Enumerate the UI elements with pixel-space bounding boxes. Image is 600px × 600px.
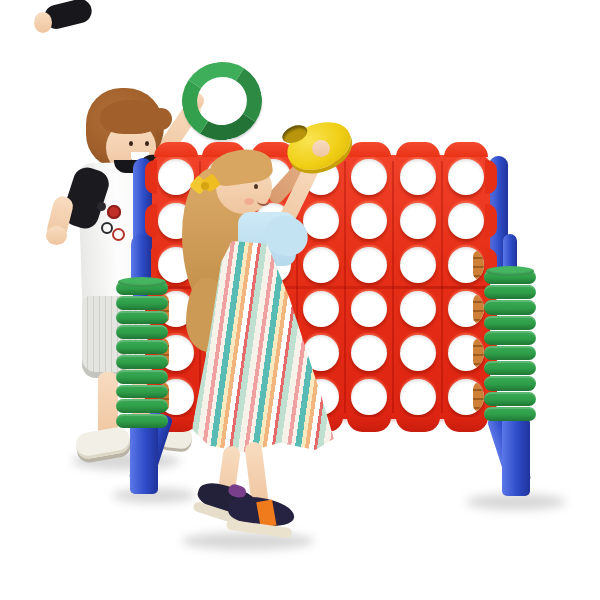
boy-badge-4 — [112, 228, 125, 241]
boy-eye-right — [145, 141, 149, 146]
storage-ring-green[interactable] — [484, 300, 536, 314]
shadow-girl-shoes — [182, 532, 314, 550]
board-cell-r4c4[interactable] — [345, 331, 393, 375]
right-a-frame-leg — [466, 416, 536, 498]
girl-smile — [257, 196, 270, 206]
board-side-scallop — [485, 204, 497, 238]
left-ring-stack[interactable] — [116, 281, 168, 429]
board-hole — [400, 159, 436, 195]
board-scallop-bottom — [347, 417, 391, 432]
board-cell-r5c4[interactable] — [345, 375, 393, 419]
board-cell-r4c6[interactable] — [442, 331, 490, 375]
storage-ring-green[interactable] — [484, 392, 536, 406]
board-column-rib — [392, 161, 394, 413]
board-hole — [351, 291, 387, 327]
product-photo-stage — [0, 0, 600, 600]
held-green-ring[interactable] — [175, 55, 269, 148]
board-hole — [351, 247, 387, 283]
board-hole — [303, 291, 339, 327]
board-hole — [400, 203, 436, 239]
storage-ring-green[interactable] — [484, 407, 536, 421]
board-cell-r0c4[interactable] — [345, 155, 393, 199]
board-hole — [400, 379, 436, 415]
board-cell-r2c6[interactable] — [442, 243, 490, 287]
storage-ring-green[interactable] — [116, 340, 168, 354]
storage-ring-green[interactable] — [484, 316, 536, 330]
boy-far-hand — [34, 12, 52, 33]
storage-ring-green[interactable] — [116, 370, 168, 384]
board-cell-r0c6[interactable] — [442, 155, 490, 199]
board-hole — [400, 335, 436, 371]
board-hole — [448, 203, 484, 239]
right-ring-stack[interactable] — [484, 270, 536, 422]
storage-ring-green[interactable] — [484, 331, 536, 345]
storage-ring-green[interactable] — [116, 355, 168, 369]
storage-ring-green[interactable] — [116, 385, 168, 399]
board-hole — [351, 379, 387, 415]
board-side-scallop — [485, 160, 497, 194]
orange-ring-glimpse — [473, 294, 484, 324]
board-cell-r2c4[interactable] — [345, 243, 393, 287]
girl-blush — [244, 198, 254, 205]
board-cell-r3c5[interactable] — [393, 287, 441, 331]
right-stack-top-face — [486, 266, 534, 276]
board-hole — [303, 247, 339, 283]
board-cell-r3c4[interactable] — [345, 287, 393, 331]
board-cell-r3c3[interactable] — [297, 287, 345, 331]
board-hole — [448, 379, 484, 415]
board-cell-r0c5[interactable] — [393, 155, 441, 199]
board-hole — [303, 203, 339, 239]
board-column-rib — [441, 161, 443, 413]
board-cell-r2c3[interactable] — [297, 243, 345, 287]
board-hole — [351, 159, 387, 195]
board-cell-r1c6[interactable] — [442, 199, 490, 243]
board-column-rib — [344, 161, 346, 413]
girl-bow-knot — [201, 182, 209, 190]
board-scallop-top — [444, 142, 488, 157]
board-hole — [448, 247, 484, 283]
storage-ring-green[interactable] — [484, 361, 536, 375]
board-cell-r5c5[interactable] — [393, 375, 441, 419]
storage-ring-green[interactable] — [116, 399, 168, 413]
left-stack-top-face — [118, 277, 166, 287]
board-scallop-bottom — [396, 417, 440, 432]
board-cell-r1c5[interactable] — [393, 199, 441, 243]
storage-ring-green[interactable] — [116, 296, 168, 310]
board-hole — [351, 335, 387, 371]
girl-eye — [254, 184, 258, 189]
boy-eye-left — [129, 141, 133, 146]
board-hole — [400, 247, 436, 283]
girl-hand-on-ring — [312, 140, 330, 157]
storage-ring-green[interactable] — [116, 414, 168, 428]
board-hole — [400, 291, 436, 327]
boy-badge-1 — [97, 202, 106, 211]
board-hole — [448, 159, 484, 195]
boy-fringe — [100, 100, 160, 134]
orange-ring-glimpse — [473, 382, 484, 412]
boy-badge-2 — [107, 205, 121, 219]
board-scallop-top — [396, 142, 440, 157]
board-cell-r5c6[interactable] — [442, 375, 490, 419]
board-scallop-top — [154, 142, 198, 157]
board-hole — [351, 203, 387, 239]
storage-ring-green[interactable] — [484, 346, 536, 360]
storage-ring-green[interactable] — [484, 285, 536, 299]
storage-ring-green[interactable] — [484, 376, 536, 390]
board-cell-r1c4[interactable] — [345, 199, 393, 243]
boy-fist — [46, 226, 67, 245]
board-cell-r2c5[interactable] — [393, 243, 441, 287]
orange-ring-glimpse — [473, 250, 484, 280]
board-cell-r3c6[interactable] — [442, 287, 490, 331]
board-hole — [448, 291, 484, 327]
board-cell-r4c5[interactable] — [393, 331, 441, 375]
storage-ring-green[interactable] — [116, 311, 168, 325]
board-hole — [448, 335, 484, 371]
storage-ring-green[interactable] — [116, 325, 168, 339]
board-side-scallop — [145, 204, 157, 238]
orange-ring-glimpse — [473, 338, 484, 368]
board-side-scallop — [145, 160, 157, 194]
